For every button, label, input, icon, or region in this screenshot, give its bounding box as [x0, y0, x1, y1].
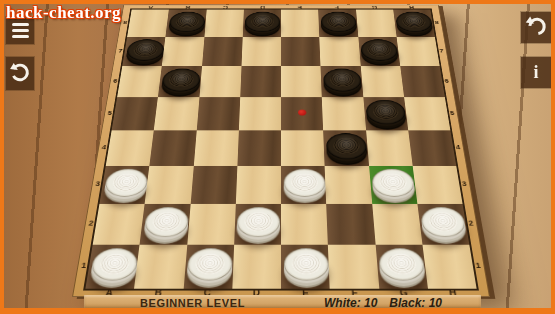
undo-curved-arrow-icon: [525, 14, 548, 41]
square-h1[interactable]: [422, 245, 476, 289]
square-a4[interactable]: [106, 130, 154, 165]
rank-label-left-6: 6: [110, 78, 120, 84]
square-d4[interactable]: [237, 130, 281, 165]
file-label-top-e: E: [281, 5, 318, 10]
hamburger-icon: [12, 23, 29, 26]
rank-label-right-4: 4: [453, 144, 464, 150]
square-d3[interactable]: [236, 166, 281, 204]
square-b5[interactable]: [154, 97, 199, 130]
undo-button[interactable]: [521, 12, 551, 43]
square-h6[interactable]: [400, 66, 445, 97]
square-h4[interactable]: [408, 130, 456, 165]
square-d7[interactable]: [241, 37, 281, 66]
square-c3[interactable]: [190, 166, 237, 204]
rank-label-right-8: 8: [432, 20, 441, 25]
board-front-face: BEGINNER LEVEL White: 10 Black: 10: [84, 295, 481, 310]
rank-label-right-7: 7: [437, 48, 447, 53]
rank-label-right-6: 6: [442, 78, 452, 84]
checkers-board: AABBCCDDEEFFGGHH8877665544332211: [72, 5, 490, 297]
black-score-label: Black: 10: [389, 296, 442, 310]
square-c8[interactable]: [204, 10, 244, 37]
hint-marker-dot: [298, 110, 307, 116]
square-c2[interactable]: [187, 204, 236, 245]
square-c6[interactable]: [199, 66, 241, 97]
square-h5[interactable]: [404, 97, 450, 130]
square-g6[interactable]: [360, 66, 404, 97]
piece-black-f6[interactable]: [323, 69, 362, 92]
square-d6[interactable]: [240, 66, 281, 97]
piece-white-e1[interactable]: [284, 248, 329, 280]
square-c7[interactable]: [202, 37, 243, 66]
score-panel: White: 10 Black: 10: [324, 296, 442, 310]
square-d5[interactable]: [239, 97, 281, 130]
piece-white-e3[interactable]: [283, 169, 325, 197]
rank-label-right-5: 5: [447, 110, 457, 116]
info-button[interactable]: i: [521, 57, 551, 88]
square-h7[interactable]: [396, 37, 439, 66]
square-e2[interactable]: [281, 204, 328, 245]
square-a5[interactable]: [112, 97, 158, 130]
rank-label-left-5: 5: [105, 110, 115, 116]
square-b7[interactable]: [162, 37, 204, 66]
file-label-top-f: F: [318, 5, 356, 10]
square-a6[interactable]: [117, 66, 162, 97]
rank-label-right-3: 3: [459, 181, 470, 188]
piece-black-f4[interactable]: [326, 133, 368, 159]
square-b3[interactable]: [145, 166, 194, 204]
square-f7[interactable]: [319, 37, 360, 66]
piece-black-f8[interactable]: [320, 12, 357, 32]
square-g2[interactable]: [372, 204, 422, 245]
square-a8[interactable]: [127, 10, 169, 37]
square-e4[interactable]: [281, 130, 325, 165]
square-h3[interactable]: [412, 166, 462, 204]
square-g8[interactable]: [356, 10, 397, 37]
file-label-top-b: B: [169, 5, 207, 10]
rank-label-left-1: 1: [78, 262, 90, 270]
rank-label-left-4: 4: [99, 144, 110, 150]
rank-label-left-8: 8: [121, 20, 130, 25]
rank-label-left-7: 7: [116, 48, 126, 53]
square-f3[interactable]: [325, 166, 372, 204]
rotate-circular-arrow-icon: [9, 61, 31, 87]
square-f5[interactable]: [322, 97, 366, 130]
difficulty-level-label: BEGINNER LEVEL: [140, 297, 245, 309]
square-a2[interactable]: [93, 204, 145, 245]
square-c4[interactable]: [193, 130, 238, 165]
white-score-label: White: 10: [324, 296, 377, 310]
watermark-text: hack-cheat.org: [6, 3, 121, 23]
rank-label-left-3: 3: [92, 181, 103, 188]
info-icon: i: [533, 62, 538, 83]
square-b1[interactable]: [134, 245, 187, 289]
square-g4[interactable]: [366, 130, 413, 165]
file-label-top-a: A: [132, 5, 170, 10]
square-f1[interactable]: [328, 245, 379, 289]
rank-label-right-1: 1: [472, 262, 484, 270]
square-e6[interactable]: [281, 66, 322, 97]
square-e8[interactable]: [281, 10, 319, 37]
square-c5[interactable]: [196, 97, 240, 130]
restart-button[interactable]: [6, 57, 34, 90]
checkers-app-screen: AABBCCDDEEFFGGHH8877665544332211 BEGINNE…: [0, 0, 555, 314]
square-b4[interactable]: [150, 130, 197, 165]
rank-label-left-2: 2: [85, 220, 97, 227]
file-label-top-g: G: [355, 5, 393, 10]
file-label-top-h: H: [392, 5, 430, 10]
rank-label-right-2: 2: [465, 220, 477, 227]
square-e7[interactable]: [281, 37, 321, 66]
file-label-top-c: C: [206, 5, 244, 10]
square-f2[interactable]: [326, 204, 375, 245]
square-d1[interactable]: [232, 245, 281, 289]
file-label-top-d: D: [244, 5, 281, 10]
